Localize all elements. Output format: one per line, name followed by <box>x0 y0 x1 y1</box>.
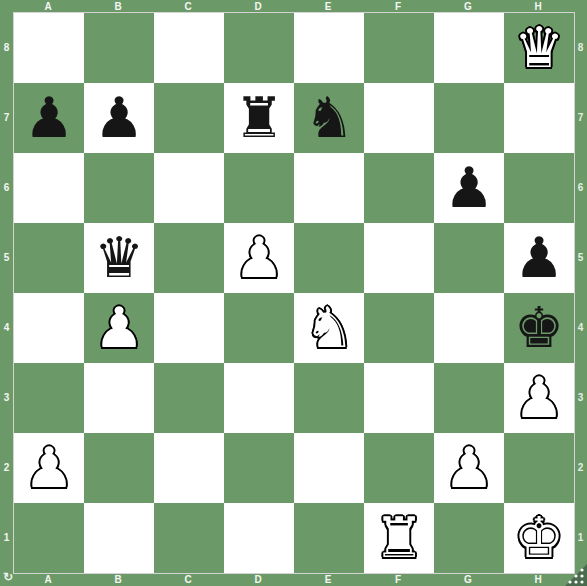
square-g8[interactable] <box>434 13 504 83</box>
file-label-h: H <box>503 573 573 586</box>
square-h6[interactable] <box>504 153 574 223</box>
rank-labels-right: 87654321 <box>574 12 587 572</box>
file-label-c: C <box>153 573 223 586</box>
square-b7[interactable]: ♟ <box>84 83 154 153</box>
square-a7[interactable]: ♟ <box>14 83 84 153</box>
piece-white-queen[interactable]: ♛ <box>514 13 564 83</box>
rank-label-4: 4 <box>0 292 13 362</box>
square-h4[interactable]: ♚ <box>504 293 574 363</box>
square-e8[interactable] <box>294 13 364 83</box>
square-h8[interactable]: ♛ <box>504 13 574 83</box>
square-a6[interactable] <box>14 153 84 223</box>
square-g2[interactable]: ♟ <box>434 433 504 503</box>
piece-black-pawn[interactable]: ♟ <box>514 223 564 293</box>
piece-white-knight[interactable]: ♞ <box>304 293 354 363</box>
square-d3[interactable] <box>224 363 294 433</box>
square-d4[interactable] <box>224 293 294 363</box>
piece-white-pawn[interactable]: ♟ <box>24 433 74 503</box>
square-e1[interactable] <box>294 503 364 573</box>
square-g6[interactable]: ♟ <box>434 153 504 223</box>
square-b2[interactable] <box>84 433 154 503</box>
chess-board: ♛♟♟♜♞♟♛♟♟♟♞♚♟♟♟♜♚ <box>13 12 575 574</box>
file-label-a: A <box>13 0 83 12</box>
square-g1[interactable] <box>434 503 504 573</box>
square-h1[interactable]: ♚ <box>504 503 574 573</box>
square-e7[interactable]: ♞ <box>294 83 364 153</box>
square-e5[interactable] <box>294 223 364 293</box>
square-a3[interactable] <box>14 363 84 433</box>
piece-black-queen[interactable]: ♛ <box>94 223 144 293</box>
square-d5[interactable]: ♟ <box>224 223 294 293</box>
file-label-e: E <box>293 573 363 586</box>
file-label-b: B <box>83 0 153 12</box>
file-label-b: B <box>83 573 153 586</box>
piece-black-pawn[interactable]: ♟ <box>94 83 144 153</box>
rank-label-3: 3 <box>0 362 13 432</box>
file-label-h: H <box>503 0 573 12</box>
rank-label-6: 6 <box>0 152 13 222</box>
square-b4[interactable]: ♟ <box>84 293 154 363</box>
square-b6[interactable] <box>84 153 154 223</box>
file-label-d: D <box>223 0 293 12</box>
square-f1[interactable]: ♜ <box>364 503 434 573</box>
square-d2[interactable] <box>224 433 294 503</box>
square-f7[interactable] <box>364 83 434 153</box>
rank-label-7: 7 <box>574 82 587 152</box>
square-c5[interactable] <box>154 223 224 293</box>
rank-label-6: 6 <box>574 152 587 222</box>
file-label-d: D <box>223 573 293 586</box>
square-a8[interactable] <box>14 13 84 83</box>
square-b3[interactable] <box>84 363 154 433</box>
square-c4[interactable] <box>154 293 224 363</box>
rank-label-7: 7 <box>0 82 13 152</box>
square-c1[interactable] <box>154 503 224 573</box>
square-g7[interactable] <box>434 83 504 153</box>
piece-black-pawn[interactable]: ♟ <box>24 83 74 153</box>
file-label-f: F <box>363 0 433 12</box>
square-a4[interactable] <box>14 293 84 363</box>
piece-white-pawn[interactable]: ♟ <box>234 223 284 293</box>
piece-black-knight[interactable]: ♞ <box>304 83 354 153</box>
square-f5[interactable] <box>364 223 434 293</box>
square-g3[interactable] <box>434 363 504 433</box>
piece-white-pawn[interactable]: ♟ <box>94 293 144 363</box>
square-h2[interactable] <box>504 433 574 503</box>
rank-label-5: 5 <box>574 222 587 292</box>
resize-handle-icon[interactable] <box>565 564 587 586</box>
square-b5[interactable]: ♛ <box>84 223 154 293</box>
square-b1[interactable] <box>84 503 154 573</box>
square-g4[interactable] <box>434 293 504 363</box>
file-label-a: A <box>13 573 83 586</box>
square-c6[interactable] <box>154 153 224 223</box>
rank-label-8: 8 <box>0 12 13 82</box>
square-e3[interactable] <box>294 363 364 433</box>
square-c3[interactable] <box>154 363 224 433</box>
square-g5[interactable] <box>434 223 504 293</box>
square-h7[interactable] <box>504 83 574 153</box>
square-a1[interactable] <box>14 503 84 573</box>
rank-label-3: 3 <box>574 362 587 432</box>
square-d8[interactable] <box>224 13 294 83</box>
square-d1[interactable] <box>224 503 294 573</box>
file-label-g: G <box>433 573 503 586</box>
file-label-c: C <box>153 0 223 12</box>
piece-black-pawn[interactable]: ♟ <box>444 153 494 223</box>
square-h5[interactable]: ♟ <box>504 223 574 293</box>
flip-board-icon[interactable]: ↻ <box>1 569 15 585</box>
square-e4[interactable]: ♞ <box>294 293 364 363</box>
square-d7[interactable]: ♜ <box>224 83 294 153</box>
rank-label-1: 1 <box>0 502 13 572</box>
square-e2[interactable] <box>294 433 364 503</box>
piece-white-rook[interactable]: ♜ <box>374 503 424 573</box>
square-e6[interactable] <box>294 153 364 223</box>
square-f2[interactable] <box>364 433 434 503</box>
square-d6[interactable] <box>224 153 294 223</box>
rank-label-8: 8 <box>574 12 587 82</box>
rank-label-2: 2 <box>0 432 13 502</box>
square-f4[interactable] <box>364 293 434 363</box>
square-b8[interactable] <box>84 13 154 83</box>
square-a5[interactable] <box>14 223 84 293</box>
file-label-e: E <box>293 0 363 12</box>
piece-black-rook[interactable]: ♜ <box>234 83 284 153</box>
square-c2[interactable] <box>154 433 224 503</box>
piece-black-king[interactable]: ♚ <box>514 293 564 363</box>
rank-label-4: 4 <box>574 292 587 362</box>
rank-label-5: 5 <box>0 222 13 292</box>
piece-white-pawn[interactable]: ♟ <box>444 433 494 503</box>
square-f6[interactable] <box>364 153 434 223</box>
square-c7[interactable] <box>154 83 224 153</box>
square-c8[interactable] <box>154 13 224 83</box>
square-a2[interactable]: ♟ <box>14 433 84 503</box>
chess-board-widget: ABCDEFGH 87654321 87654321 ♛♟♟♜♞♟♛♟♟♟♞♚♟… <box>0 0 587 586</box>
square-h3[interactable]: ♟ <box>504 363 574 433</box>
file-labels-bottom: ABCDEFGH <box>13 573 573 586</box>
file-labels-top: ABCDEFGH <box>13 0 573 12</box>
piece-white-pawn[interactable]: ♟ <box>514 363 564 433</box>
file-label-g: G <box>433 0 503 12</box>
rank-label-2: 2 <box>574 432 587 502</box>
file-label-f: F <box>363 573 433 586</box>
square-f8[interactable] <box>364 13 434 83</box>
piece-white-king[interactable]: ♚ <box>514 503 564 573</box>
rank-labels-left: 87654321 <box>0 12 13 572</box>
rank-label-1: 1 <box>574 502 587 572</box>
square-f3[interactable] <box>364 363 434 433</box>
